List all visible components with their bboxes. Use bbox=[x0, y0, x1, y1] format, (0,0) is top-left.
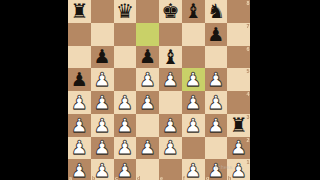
square-c3[interactable]: ♟ bbox=[114, 114, 137, 137]
white-pawn-icon[interactable]: ♟ bbox=[185, 161, 202, 180]
square-b3[interactable]: ♟ bbox=[91, 114, 114, 137]
square-h8[interactable]: 8 bbox=[227, 0, 250, 23]
square-b5[interactable]: ♟ bbox=[91, 68, 114, 91]
square-c7[interactable] bbox=[114, 23, 137, 46]
square-d4[interactable]: ♟ bbox=[136, 91, 159, 114]
white-pawn-icon[interactable]: ♟ bbox=[185, 93, 202, 112]
white-pawn-icon[interactable]: ♟ bbox=[185, 70, 202, 89]
square-a4[interactable]: ♟ bbox=[68, 91, 91, 114]
square-c8[interactable]: ♛ bbox=[114, 0, 137, 23]
square-a5[interactable]: ♟ bbox=[68, 68, 91, 91]
square-a3[interactable]: ♟ bbox=[68, 114, 91, 137]
square-e2[interactable]: ♟ bbox=[159, 137, 182, 160]
black-bishop-icon[interactable]: ♝ bbox=[184, 1, 202, 21]
white-pawn-icon[interactable]: ♟ bbox=[94, 116, 111, 135]
black-rook-icon[interactable]: ♜ bbox=[70, 1, 88, 21]
file-label-g: g bbox=[206, 176, 209, 180]
black-pawn-icon[interactable]: ♟ bbox=[94, 47, 111, 66]
file-label-d: d bbox=[137, 176, 140, 180]
rank-label-4: 4 bbox=[246, 92, 249, 97]
square-e6[interactable]: ♝ bbox=[159, 46, 182, 69]
square-d3[interactable] bbox=[136, 114, 159, 137]
square-f2[interactable] bbox=[182, 137, 205, 160]
white-pawn-icon[interactable]: ♟ bbox=[116, 93, 133, 112]
white-pawn-icon[interactable]: ♟ bbox=[162, 116, 179, 135]
black-queen-icon[interactable]: ♛ bbox=[116, 1, 134, 21]
white-pawn-icon[interactable]: ♟ bbox=[207, 116, 224, 135]
square-d6[interactable]: ♟ bbox=[136, 46, 159, 69]
rank-label-1: 1 bbox=[246, 160, 249, 165]
square-e4[interactable] bbox=[159, 91, 182, 114]
square-c4[interactable]: ♟ bbox=[114, 91, 137, 114]
letterbox-left bbox=[0, 0, 68, 180]
square-e8[interactable]: ♚ bbox=[159, 0, 182, 23]
square-h4[interactable]: 4 bbox=[227, 91, 250, 114]
white-pawn-icon[interactable]: ♟ bbox=[139, 70, 156, 89]
square-g7[interactable]: ♟ bbox=[205, 23, 228, 46]
square-f5[interactable]: ♟ bbox=[182, 68, 205, 91]
square-a2[interactable]: ♟ bbox=[68, 137, 91, 160]
square-a1[interactable]: ♟a bbox=[68, 159, 91, 180]
square-c2[interactable]: ♟ bbox=[114, 137, 137, 160]
white-pawn-icon[interactable]: ♟ bbox=[139, 93, 156, 112]
white-pawn-icon[interactable]: ♟ bbox=[116, 138, 133, 157]
white-pawn-icon[interactable]: ♟ bbox=[71, 138, 88, 157]
white-pawn-icon[interactable]: ♟ bbox=[230, 161, 247, 180]
white-pawn-icon[interactable]: ♟ bbox=[230, 138, 247, 157]
white-pawn-icon[interactable]: ♟ bbox=[94, 70, 111, 89]
square-a6[interactable] bbox=[68, 46, 91, 69]
square-f7[interactable] bbox=[182, 23, 205, 46]
square-d1[interactable]: d bbox=[136, 159, 159, 180]
white-pawn-icon[interactable]: ♟ bbox=[162, 70, 179, 89]
square-h3[interactable]: ♜3 bbox=[227, 114, 250, 137]
square-g1[interactable]: ♟g bbox=[205, 159, 228, 180]
white-pawn-icon[interactable]: ♟ bbox=[94, 138, 111, 157]
square-b4[interactable]: ♟ bbox=[91, 91, 114, 114]
square-f4[interactable]: ♟ bbox=[182, 91, 205, 114]
white-pawn-icon[interactable]: ♟ bbox=[71, 161, 88, 180]
square-g4[interactable]: ♟ bbox=[205, 91, 228, 114]
square-g6[interactable] bbox=[205, 46, 228, 69]
black-rook-icon[interactable]: ♜ bbox=[230, 115, 248, 135]
square-f8[interactable]: ♝ bbox=[182, 0, 205, 23]
black-pawn-icon[interactable]: ♟ bbox=[71, 70, 88, 89]
rank-label-3: 3 bbox=[246, 115, 249, 120]
square-b2[interactable]: ♟ bbox=[91, 137, 114, 160]
square-h5[interactable]: 5 bbox=[227, 68, 250, 91]
rank-label-8: 8 bbox=[246, 1, 249, 6]
square-d7[interactable] bbox=[136, 23, 159, 46]
white-pawn-icon[interactable]: ♟ bbox=[139, 138, 156, 157]
rank-label-5: 5 bbox=[246, 69, 249, 74]
square-e7[interactable] bbox=[159, 23, 182, 46]
white-pawn-icon[interactable]: ♟ bbox=[71, 93, 88, 112]
square-e5[interactable]: ♟ bbox=[159, 68, 182, 91]
square-a7[interactable] bbox=[68, 23, 91, 46]
square-e3[interactable]: ♟ bbox=[159, 114, 182, 137]
black-bishop-icon[interactable]: ♝ bbox=[161, 47, 179, 67]
square-b6[interactable]: ♟ bbox=[91, 46, 114, 69]
square-d8[interactable] bbox=[136, 0, 159, 23]
white-pawn-icon[interactable]: ♟ bbox=[94, 93, 111, 112]
white-pawn-icon[interactable]: ♟ bbox=[185, 116, 202, 135]
white-pawn-icon[interactable]: ♟ bbox=[207, 161, 224, 180]
letterbox-right bbox=[250, 0, 320, 180]
file-label-h: h bbox=[228, 176, 231, 180]
black-pawn-icon[interactable]: ♟ bbox=[139, 47, 156, 66]
square-c1[interactable]: ♟c bbox=[114, 159, 137, 180]
file-label-b: b bbox=[92, 176, 95, 180]
square-f3[interactable]: ♟ bbox=[182, 114, 205, 137]
square-a8[interactable]: ♜ bbox=[68, 0, 91, 23]
square-h7[interactable]: 7 bbox=[227, 23, 250, 46]
rank-label-7: 7 bbox=[246, 24, 249, 29]
white-pawn-icon[interactable]: ♟ bbox=[94, 161, 111, 180]
white-pawn-icon[interactable]: ♟ bbox=[116, 116, 133, 135]
white-pawn-icon[interactable]: ♟ bbox=[162, 138, 179, 157]
black-king-icon[interactable]: ♚ bbox=[161, 1, 179, 21]
file-label-e: e bbox=[160, 176, 163, 180]
square-h2[interactable]: ♟2 bbox=[227, 137, 250, 160]
square-g5[interactable]: ♟ bbox=[205, 68, 228, 91]
black-knight-icon[interactable]: ♞ bbox=[207, 1, 225, 21]
square-d2[interactable]: ♟ bbox=[136, 137, 159, 160]
white-pawn-icon[interactable]: ♟ bbox=[207, 70, 224, 89]
square-f6[interactable] bbox=[182, 46, 205, 69]
square-h6[interactable]: 6 bbox=[227, 46, 250, 69]
square-c6[interactable] bbox=[114, 46, 137, 69]
rank-label-6: 6 bbox=[246, 47, 249, 52]
white-pawn-icon[interactable]: ♟ bbox=[116, 161, 133, 180]
square-g3[interactable]: ♟ bbox=[205, 114, 228, 137]
square-g2[interactable] bbox=[205, 137, 228, 160]
white-pawn-icon[interactable]: ♟ bbox=[71, 116, 88, 135]
square-d5[interactable]: ♟ bbox=[136, 68, 159, 91]
square-b8[interactable] bbox=[91, 0, 114, 23]
white-pawn-icon[interactable]: ♟ bbox=[207, 93, 224, 112]
square-f1[interactable]: ♟f bbox=[182, 159, 205, 180]
square-e1[interactable]: e bbox=[159, 159, 182, 180]
square-b7[interactable] bbox=[91, 23, 114, 46]
square-c5[interactable] bbox=[114, 68, 137, 91]
square-g8[interactable]: ♞ bbox=[205, 0, 228, 23]
file-label-c: c bbox=[115, 176, 118, 180]
file-label-f: f bbox=[183, 176, 185, 180]
chess-board[interactable]: ♜♛♚♝♞8♟7♟♟♝6♟♟♟♟♟♟5♟♟♟♟♟♟4♟♟♟♟♟♟♜3♟♟♟♟♟♟… bbox=[68, 0, 250, 180]
file-label-a: a bbox=[69, 176, 72, 180]
square-h1[interactable]: ♟1h bbox=[227, 159, 250, 180]
rank-label-2: 2 bbox=[246, 138, 249, 143]
black-pawn-icon[interactable]: ♟ bbox=[207, 25, 224, 44]
square-b1[interactable]: ♟b bbox=[91, 159, 114, 180]
